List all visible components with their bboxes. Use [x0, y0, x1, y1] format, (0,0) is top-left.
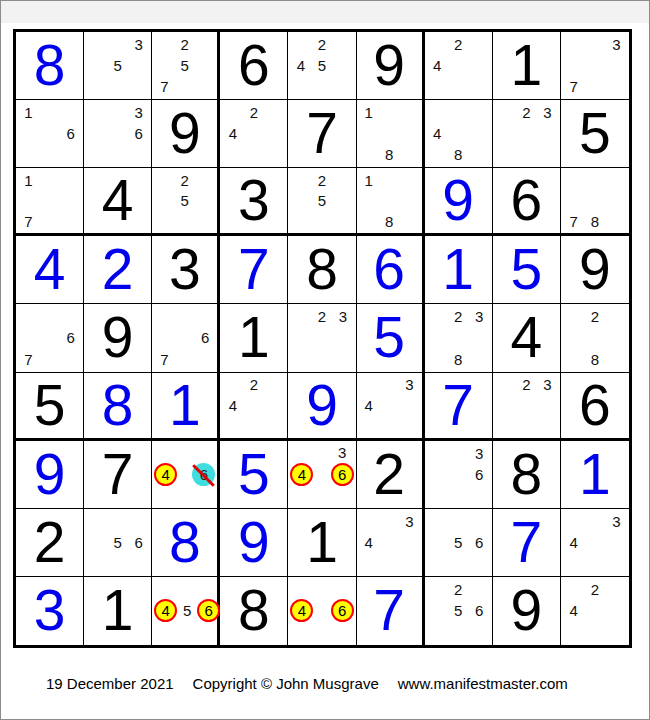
cell-r7c6[interactable]: 2 [357, 441, 425, 509]
cell-r3c2[interactable]: 4 [84, 168, 152, 236]
cell-r2c1[interactable]: 16 [16, 100, 84, 168]
given-digit: 8 [238, 582, 270, 639]
given-digit: 1 [238, 309, 270, 366]
candidate-pos-4: 4 [563, 600, 584, 621]
candidate-digit: 2 [312, 307, 332, 327]
candidate-pos-6: 6 [197, 599, 220, 622]
candidate-pos-4: 4 [359, 395, 379, 415]
given-digit: 5 [34, 377, 66, 434]
candidate-digit: 8 [585, 349, 605, 369]
cell-r4c8[interactable]: 5 [493, 236, 561, 304]
candidate-grid: 16 [16, 100, 83, 167]
given-digit: 9 [579, 241, 611, 298]
candidate-digit: 2 [312, 35, 332, 55]
candidate-digit: 7 [564, 77, 584, 97]
candidate-grid: 18 [357, 100, 422, 167]
candidate-pos-6: 6 [469, 600, 490, 621]
window-top-band [1, 1, 649, 23]
cell-r6c8[interactable]: 23 [493, 373, 561, 441]
candidate-digit: 6 [469, 601, 489, 621]
candidate-grid: 37 [561, 32, 629, 99]
given-digit: 9 [169, 105, 201, 162]
cell-r9c9[interactable]: 24 [561, 577, 629, 645]
solved-digit-blue: 8 [34, 37, 66, 94]
cell-r2c6[interactable]: 18 [357, 100, 425, 168]
cell-r3c1[interactable]: 17 [16, 168, 84, 236]
candidate-digit: 7 [154, 349, 174, 369]
candidate-grid: 67 [16, 304, 83, 371]
candidate-pos-2: 2 [448, 34, 469, 55]
cell-r8c1[interactable]: 2 [16, 509, 84, 577]
candidate-digit: 2 [516, 375, 536, 395]
candidate-pos-2: 2 [584, 306, 605, 327]
cell-r8c8[interactable]: 7 [493, 509, 561, 577]
cell-r9c6[interactable]: 7 [357, 577, 425, 645]
solved-digit-blue: 7 [238, 241, 270, 298]
candidate-grid: 23 [288, 304, 355, 371]
cell-r2c8[interactable]: 23 [493, 100, 561, 168]
footer-website: www.manifestmaster.com [398, 675, 568, 692]
cell-r8c6[interactable]: 34 [357, 509, 425, 577]
candidate-pos-5: 5 [175, 191, 195, 211]
candidate-digit: 2 [516, 103, 536, 123]
candidate-grid: 346 [288, 441, 355, 508]
cell-r6c3[interactable]: 1 [152, 373, 220, 441]
candidate-digit: 4 [427, 56, 447, 76]
cell-r5c4[interactable]: 1 [220, 304, 288, 372]
candidate-digit: 2 [244, 103, 264, 123]
cell-r8c5[interactable]: 1 [288, 509, 356, 577]
cell-r3c3[interactable]: 25 [152, 168, 220, 236]
cell-r6c5[interactable]: 9 [288, 373, 356, 441]
candidate-grid: 34 [561, 509, 629, 576]
candidate-highlight-yellow-circle: 6 [331, 463, 354, 486]
cell-r5c7[interactable]: 238 [425, 304, 493, 372]
cell-r7c3[interactable]: 46 [152, 441, 220, 509]
given-digit: 1 [102, 582, 134, 639]
candidate-pos-4: 4 [563, 532, 584, 553]
candidate-pos-6: 6 [60, 327, 81, 348]
candidate-digit: 8 [379, 145, 399, 165]
candidate-grid: 238 [425, 304, 492, 371]
candidate-digit: 3 [537, 103, 557, 123]
cell-r7c9[interactable]: 1 [561, 441, 629, 509]
cell-r4c5[interactable]: 8 [288, 236, 356, 304]
footer: 19 December 2021 Copyright © John Musgra… [46, 675, 568, 692]
given-digit: 7 [102, 446, 134, 503]
candidate-digit: 6 [469, 532, 489, 552]
cell-r6c9[interactable]: 6 [561, 373, 629, 441]
cell-r9c8[interactable]: 9 [493, 577, 561, 645]
candidate-digit: 1 [19, 170, 39, 190]
solved-digit-blue: 1 [442, 241, 474, 298]
cell-r4c3[interactable]: 3 [152, 236, 220, 304]
given-digit: 7 [306, 105, 338, 162]
candidate-digit: 2 [312, 170, 332, 190]
candidate-pos-6: 6 [128, 123, 149, 144]
candidate-pos-2: 2 [584, 579, 605, 600]
cell-r6c2[interactable]: 8 [84, 373, 152, 441]
candidate-pos-6: 6 [331, 463, 354, 486]
candidate-digit: 1 [359, 170, 379, 190]
cell-r5c5[interactable]: 23 [288, 304, 356, 372]
candidate-digit: 2 [585, 307, 605, 327]
cell-r1c6[interactable]: 9 [357, 32, 425, 100]
candidate-grid: 35 [84, 32, 151, 99]
given-digit: 9 [102, 309, 134, 366]
candidate-highlight-yellow-circle: 4 [154, 599, 177, 622]
candidate-grid: 17 [16, 168, 83, 233]
candidate-digit: 4 [564, 532, 584, 552]
candidate-pos-7: 7 [563, 211, 584, 231]
cell-r4c4[interactable]: 7 [220, 236, 288, 304]
candidate-grid: 23 [493, 100, 560, 167]
candidate-digit: 5 [108, 532, 128, 552]
cell-r3c9[interactable]: 78 [561, 168, 629, 236]
candidate-digit: 3 [129, 103, 149, 123]
candidate-grid: 34 [357, 509, 422, 576]
cell-r9c2[interactable]: 1 [84, 577, 152, 645]
candidate-pos-2: 2 [243, 102, 264, 123]
candidate-pos-7: 7 [18, 349, 39, 370]
given-digit: 6 [238, 37, 270, 94]
cell-r5c8[interactable]: 4 [493, 304, 561, 372]
solved-digit-blue: 3 [34, 582, 66, 639]
candidate-grid: 48 [425, 100, 492, 167]
candidate-pos-8: 8 [379, 144, 399, 165]
cell-r4c7[interactable]: 1 [425, 236, 493, 304]
cell-r4c9[interactable]: 9 [561, 236, 629, 304]
cell-r1c5[interactable]: 245 [288, 32, 356, 100]
candidate-pos-2: 2 [516, 375, 537, 395]
candidate-pos-5: 5 [311, 55, 332, 76]
given-digit: 9 [510, 582, 542, 639]
candidate-grid: 24 [561, 577, 629, 645]
candidate-digit: 4 [564, 601, 584, 621]
solved-digit-blue: 5 [373, 309, 405, 366]
candidate-digit: 6 [469, 464, 489, 484]
given-digit: 8 [510, 446, 542, 503]
candidate-pos-1: 1 [18, 102, 39, 123]
cell-r8c3[interactable]: 8 [152, 509, 220, 577]
candidate-grid: 256 [425, 577, 492, 645]
candidate-digit: 2 [244, 375, 264, 395]
solved-digit-blue: 9 [34, 446, 66, 503]
candidate-digit: 5 [175, 191, 195, 211]
candidate-digit: 3 [129, 35, 149, 55]
candidate-pos-6: 6 [195, 327, 215, 348]
cell-r8c4[interactable]: 9 [220, 509, 288, 577]
candidate-highlight-yellow-circle: 4 [290, 463, 313, 486]
cell-r4c1[interactable]: 4 [16, 236, 84, 304]
cell-r8c9[interactable]: 34 [561, 509, 629, 577]
candidate-highlight-yellow-circle: 6 [197, 599, 220, 622]
candidate-digit: 3 [332, 443, 352, 463]
candidate-pos-8: 8 [448, 144, 469, 165]
cell-r8c2[interactable]: 56 [84, 509, 152, 577]
candidate-grid: 78 [561, 168, 629, 233]
sudoku-grid: 8352576245924137163692471848235174253251… [13, 29, 632, 648]
candidate-pos-1: 1 [18, 170, 39, 190]
cell-r6c7[interactable]: 7 [425, 373, 493, 441]
candidate-digit: 4 [359, 395, 379, 415]
cell-r1c2[interactable]: 35 [84, 32, 152, 100]
solved-digit-blue: 7 [510, 514, 542, 571]
cell-r1c9[interactable]: 37 [561, 32, 629, 100]
candidate-pos-4: 4 [427, 55, 448, 76]
cell-r2c5[interactable]: 7 [288, 100, 356, 168]
candidate-digit: 7 [154, 77, 174, 97]
candidate-digit: 5 [177, 601, 197, 621]
cell-r6c4[interactable]: 24 [220, 373, 288, 441]
candidate-pos-5: 5 [311, 191, 332, 211]
candidate-highlight-yellow-circle: 4 [290, 599, 313, 622]
given-digit: 6 [579, 377, 611, 434]
cell-r7c4[interactable]: 5 [220, 441, 288, 509]
candidate-digit: 6 [61, 124, 81, 144]
candidate-pos-3: 3 [469, 306, 490, 327]
candidate-grid: 257 [152, 32, 217, 99]
candidate-pos-7: 7 [563, 76, 584, 97]
candidate-digit: 3 [606, 35, 626, 55]
candidate-grid: 25 [288, 168, 355, 233]
given-digit: 5 [579, 105, 611, 162]
candidate-digit: 6 [61, 328, 81, 348]
candidate-pos-5: 5 [177, 599, 197, 622]
solved-digit-blue: 9 [238, 514, 270, 571]
given-digit: 2 [373, 446, 405, 503]
candidate-digit: 4 [359, 532, 379, 552]
candidate-pos-4: 4 [154, 463, 177, 486]
candidate-grid: 34 [357, 373, 422, 438]
cell-r1c8[interactable]: 1 [493, 32, 561, 100]
cell-r5c3[interactable]: 67 [152, 304, 220, 372]
cell-r3c7[interactable]: 9 [425, 168, 493, 236]
given-digit: 2 [34, 514, 66, 571]
candidate-digit: 5 [108, 56, 128, 76]
candidate-highlight-cyan-strike: 6 [192, 463, 215, 486]
cell-r6c1[interactable]: 5 [16, 373, 84, 441]
candidate-digit: 3 [399, 511, 419, 531]
solved-digit-blue: 8 [169, 514, 201, 571]
footer-date: 19 December 2021 [46, 675, 174, 692]
candidate-digit: 3 [537, 375, 557, 395]
candidate-pos-2: 2 [175, 34, 195, 55]
candidate-pos-2: 2 [311, 34, 332, 55]
solved-digit-blue: 1 [169, 377, 201, 434]
cell-r5c1[interactable]: 67 [16, 304, 84, 372]
cell-r1c3[interactable]: 257 [152, 32, 220, 100]
candidate-highlight-yellow-circle: 6 [331, 599, 354, 622]
candidate-pos-5: 5 [448, 600, 469, 621]
solved-digit-blue: 8 [102, 377, 134, 434]
page: 8352576245924137163692471848235174253251… [0, 0, 650, 720]
candidate-grid: 24 [220, 100, 287, 167]
cell-r7c5[interactable]: 346 [288, 441, 356, 509]
candidate-grid: 46 [288, 577, 355, 645]
candidate-pos-4: 4 [290, 463, 313, 486]
cell-r9c5[interactable]: 46 [288, 577, 356, 645]
candidate-pos-4: 4 [222, 123, 243, 144]
candidate-pos-3: 3 [469, 443, 490, 464]
cell-r5c9[interactable]: 28 [561, 304, 629, 372]
candidate-digit: 2 [448, 35, 468, 55]
cell-r9c1[interactable]: 3 [16, 577, 84, 645]
candidate-pos-6: 6 [128, 532, 149, 553]
candidate-pos-3: 3 [606, 511, 627, 532]
cell-r7c8[interactable]: 8 [493, 441, 561, 509]
candidate-pos-4: 4 [359, 532, 379, 553]
given-digit: 4 [510, 309, 542, 366]
cell-r3c5[interactable]: 25 [288, 168, 356, 236]
candidate-pos-5: 5 [175, 55, 195, 76]
candidate-grid: 67 [152, 304, 217, 371]
solved-digit-blue: 5 [510, 241, 542, 298]
candidate-pos-8: 8 [379, 211, 399, 231]
given-digit: 3 [169, 241, 201, 298]
cell-r3c4[interactable]: 3 [220, 168, 288, 236]
candidate-pos-6: 6 [469, 532, 490, 553]
cell-r1c4[interactable]: 6 [220, 32, 288, 100]
candidate-digit: 1 [19, 103, 39, 123]
candidate-pos-6: 6 [469, 464, 490, 485]
candidate-pos-1: 1 [359, 102, 379, 123]
cell-r9c7[interactable]: 256 [425, 577, 493, 645]
candidate-grid: 36 [425, 441, 492, 508]
candidate-pos-2: 2 [243, 375, 264, 395]
candidate-pos-6: 6 [331, 599, 354, 622]
candidate-grid: 23 [493, 373, 560, 438]
candidate-pos-7: 7 [154, 76, 174, 97]
candidate-digit: 8 [585, 211, 605, 231]
candidate-pos-3: 3 [128, 102, 149, 123]
candidate-pos-8: 8 [448, 349, 469, 370]
candidate-digit: 5 [448, 532, 468, 552]
given-digit: 3 [238, 172, 270, 229]
candidate-digit: 8 [448, 349, 468, 369]
candidate-digit: 2 [175, 35, 195, 55]
footer-copyright: Copyright © John Musgrave [193, 675, 379, 692]
solved-digit-blue: 6 [373, 241, 405, 298]
candidate-digit: 2 [175, 170, 195, 190]
candidate-digit: 2 [448, 580, 468, 600]
candidate-digit: 5 [312, 56, 332, 76]
candidate-pos-7: 7 [154, 349, 174, 370]
cell-r2c7[interactable]: 48 [425, 100, 493, 168]
candidate-pos-3: 3 [331, 443, 354, 463]
cell-r9c4[interactable]: 8 [220, 577, 288, 645]
candidate-digit: 2 [585, 580, 605, 600]
given-digit: 4 [102, 172, 134, 229]
candidate-digit: 7 [19, 349, 39, 369]
candidate-pos-2: 2 [311, 306, 332, 327]
candidate-pos-2: 2 [516, 102, 537, 123]
candidate-digit: 7 [19, 211, 39, 231]
candidate-digit: 3 [606, 511, 626, 531]
solved-digit-blue: 7 [373, 582, 405, 639]
cell-r7c2[interactable]: 7 [84, 441, 152, 509]
cell-r5c6[interactable]: 5 [357, 304, 425, 372]
cell-r4c2[interactable]: 2 [84, 236, 152, 304]
candidate-pos-4: 4 [427, 123, 448, 144]
solved-digit-blue: 9 [306, 377, 338, 434]
candidate-pos-6: 6 [60, 123, 81, 144]
cell-r2c2[interactable]: 36 [84, 100, 152, 168]
candidate-digit: 5 [175, 56, 195, 76]
candidate-digit: 3 [469, 307, 489, 327]
given-digit: 1 [510, 37, 542, 94]
candidate-grid: 24 [220, 373, 287, 438]
candidate-grid: 245 [288, 32, 355, 99]
candidate-pos-2: 2 [448, 579, 469, 600]
cell-r9c3[interactable]: 456 [152, 577, 220, 645]
cell-r7c7[interactable]: 36 [425, 441, 493, 509]
candidate-pos-4: 4 [290, 55, 311, 76]
candidate-pos-3: 3 [333, 306, 354, 327]
candidate-pos-5: 5 [107, 532, 128, 553]
cell-r7c1[interactable]: 9 [16, 441, 84, 509]
cell-r2c3[interactable]: 9 [152, 100, 220, 168]
candidate-digit: 3 [333, 307, 353, 327]
candidate-digit: 1 [359, 103, 379, 123]
candidate-pos-3: 3 [128, 34, 149, 55]
cell-r5c2[interactable]: 9 [84, 304, 152, 372]
candidate-digit: 3 [469, 443, 489, 463]
candidate-digit: 6 [195, 328, 215, 348]
candidate-pos-5: 5 [107, 55, 128, 76]
candidate-pos-5: 5 [448, 532, 469, 553]
candidate-digit: 4 [223, 395, 243, 415]
cell-r3c8[interactable]: 6 [493, 168, 561, 236]
candidate-digit: 8 [379, 211, 399, 231]
candidate-pos-8: 8 [584, 349, 605, 370]
candidate-digit: 2 [448, 307, 468, 327]
candidate-pos-8: 8 [584, 211, 605, 231]
candidate-digit: 4 [291, 56, 311, 76]
candidate-pos-2: 2 [175, 170, 195, 190]
candidate-digit: 4 [427, 124, 447, 144]
candidate-highlight-yellow-circle: 4 [154, 463, 177, 486]
cell-r8c7[interactable]: 56 [425, 509, 493, 577]
candidate-digit: 8 [448, 145, 468, 165]
cell-r6c6[interactable]: 34 [357, 373, 425, 441]
candidate-digit: 3 [399, 375, 419, 395]
solved-digit-blue: 9 [442, 172, 474, 229]
given-digit: 6 [510, 172, 542, 229]
candidate-pos-3: 3 [399, 375, 419, 395]
candidate-pos-7: 7 [18, 211, 39, 231]
cell-r3c6[interactable]: 18 [357, 168, 425, 236]
solved-digit-blue: 4 [34, 241, 66, 298]
candidate-digit: 5 [448, 601, 468, 621]
cell-r2c4[interactable]: 24 [220, 100, 288, 168]
solved-digit-blue: 2 [102, 241, 134, 298]
cell-r1c7[interactable]: 24 [425, 32, 493, 100]
candidate-grid: 24 [425, 32, 492, 99]
candidate-pos-3: 3 [537, 102, 558, 123]
candidate-digit: 7 [564, 211, 584, 231]
cell-r2c9[interactable]: 5 [561, 100, 629, 168]
candidate-pos-2: 2 [448, 306, 469, 327]
cell-r4c6[interactable]: 6 [357, 236, 425, 304]
candidate-digit: 4 [223, 124, 243, 144]
solved-digit-blue: 1 [579, 446, 611, 503]
given-digit: 8 [306, 241, 338, 298]
cell-r1c1[interactable]: 8 [16, 32, 84, 100]
candidate-digit: 6 [129, 532, 149, 552]
candidate-pos-4: 4 [290, 599, 313, 622]
candidate-grid: 25 [152, 168, 217, 233]
